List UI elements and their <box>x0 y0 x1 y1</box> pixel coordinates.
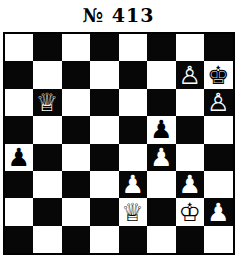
square-f2[interactable] <box>147 198 176 225</box>
square-d1[interactable] <box>90 226 119 253</box>
white-queen[interactable]: ♕ <box>122 199 144 226</box>
chess-board: ♙♚♕♙♟♟♟♟♟♕♔♟ <box>3 32 235 255</box>
black-queen[interactable]: ♕ <box>36 89 58 116</box>
square-c1[interactable] <box>62 226 91 253</box>
square-g8[interactable] <box>176 34 205 61</box>
square-h5[interactable] <box>204 116 233 143</box>
square-c3[interactable] <box>62 171 91 198</box>
square-e5[interactable] <box>119 116 148 143</box>
square-d8[interactable] <box>90 34 119 61</box>
square-f8[interactable] <box>147 34 176 61</box>
square-e4[interactable] <box>119 144 148 171</box>
square-b5[interactable] <box>33 116 62 143</box>
square-e7[interactable] <box>119 61 148 88</box>
square-e8[interactable] <box>119 34 148 61</box>
square-c7[interactable] <box>62 61 91 88</box>
square-g7[interactable]: ♙ <box>176 61 205 88</box>
square-d5[interactable] <box>90 116 119 143</box>
square-a2[interactable] <box>5 198 34 225</box>
square-f3[interactable] <box>147 171 176 198</box>
square-d4[interactable] <box>90 144 119 171</box>
square-h2[interactable]: ♟ <box>204 198 233 225</box>
square-c6[interactable] <box>62 89 91 116</box>
square-a8[interactable] <box>5 34 34 61</box>
square-c2[interactable] <box>62 198 91 225</box>
square-e6[interactable] <box>119 89 148 116</box>
square-e2[interactable]: ♕ <box>119 198 148 225</box>
square-g4[interactable] <box>176 144 205 171</box>
black-pawn[interactable]: ♙ <box>179 62 201 89</box>
square-h4[interactable] <box>204 144 233 171</box>
square-b8[interactable] <box>33 34 62 61</box>
black-pawn[interactable]: ♙ <box>207 89 229 116</box>
square-a3[interactable] <box>5 171 34 198</box>
square-d2[interactable] <box>90 198 119 225</box>
square-f5[interactable]: ♟ <box>147 116 176 143</box>
square-a4[interactable]: ♟ <box>5 144 34 171</box>
square-b3[interactable] <box>33 171 62 198</box>
white-pawn[interactable]: ♟ <box>179 171 201 198</box>
square-b4[interactable] <box>33 144 62 171</box>
square-d3[interactable] <box>90 171 119 198</box>
square-g6[interactable] <box>176 89 205 116</box>
square-f6[interactable] <box>147 89 176 116</box>
square-h7[interactable]: ♚ <box>204 61 233 88</box>
square-a5[interactable] <box>5 116 34 143</box>
square-g3[interactable]: ♟ <box>176 171 205 198</box>
square-b2[interactable] <box>33 198 62 225</box>
square-d6[interactable] <box>90 89 119 116</box>
square-c4[interactable] <box>62 144 91 171</box>
square-d7[interactable] <box>90 61 119 88</box>
black-pawn[interactable]: ♟ <box>150 116 172 143</box>
white-pawn[interactable]: ♟ <box>122 171 144 198</box>
square-f7[interactable] <box>147 61 176 88</box>
square-a6[interactable] <box>5 89 34 116</box>
square-f1[interactable] <box>147 226 176 253</box>
puzzle-page: № 413 ♙♚♕♙♟♟♟♟♟♕♔♟ <box>0 0 237 260</box>
white-pawn[interactable]: ♟ <box>150 144 172 171</box>
black-king[interactable]: ♚ <box>207 62 229 89</box>
square-a7[interactable] <box>5 61 34 88</box>
square-a1[interactable] <box>5 226 34 253</box>
square-h3[interactable] <box>204 171 233 198</box>
square-h1[interactable] <box>204 226 233 253</box>
square-g2[interactable]: ♔ <box>176 198 205 225</box>
white-king[interactable]: ♔ <box>179 199 201 226</box>
puzzle-number: № 413 <box>0 0 237 32</box>
square-e1[interactable] <box>119 226 148 253</box>
square-f4[interactable]: ♟ <box>147 144 176 171</box>
white-pawn[interactable]: ♟ <box>207 199 229 226</box>
square-c8[interactable] <box>62 34 91 61</box>
square-b6[interactable]: ♕ <box>33 89 62 116</box>
square-h8[interactable] <box>204 34 233 61</box>
square-g5[interactable] <box>176 116 205 143</box>
square-b1[interactable] <box>33 226 62 253</box>
square-g1[interactable] <box>176 226 205 253</box>
black-pawn[interactable]: ♟ <box>8 144 30 171</box>
square-e3[interactable]: ♟ <box>119 171 148 198</box>
square-b7[interactable] <box>33 61 62 88</box>
square-c5[interactable] <box>62 116 91 143</box>
square-h6[interactable]: ♙ <box>204 89 233 116</box>
